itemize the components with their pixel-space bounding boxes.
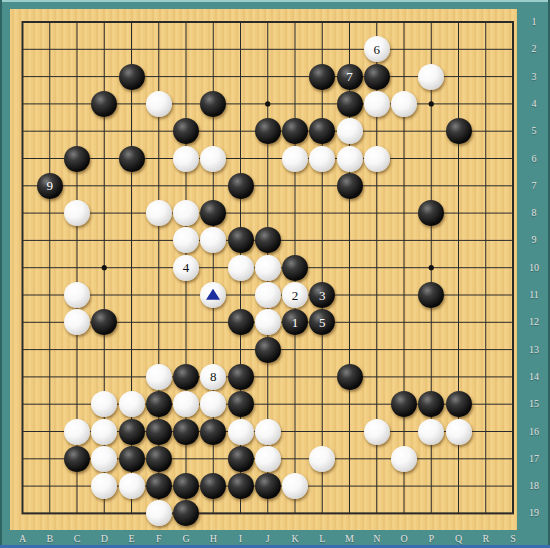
white-stone-J12[interactable] [255, 309, 281, 335]
move-number-label: 9 [37, 173, 63, 199]
black-stone-H16[interactable] [200, 419, 226, 445]
white-stone-J16[interactable] [255, 419, 281, 445]
white-stone-M6[interactable] [337, 146, 363, 172]
black-stone-M14[interactable] [337, 364, 363, 390]
black-stone-J18[interactable] [255, 473, 281, 499]
black-stone-M3[interactable]: 7 [337, 64, 363, 90]
white-stone-H14[interactable]: 8 [200, 364, 226, 390]
white-stone-O4[interactable] [391, 91, 417, 117]
move-number-label: 2 [282, 282, 308, 308]
black-stone-H4[interactable] [200, 91, 226, 117]
white-stone-J11[interactable] [255, 282, 281, 308]
move-number-label: 3 [309, 282, 335, 308]
black-stone-P15[interactable] [418, 391, 444, 417]
white-stone-Q16[interactable] [446, 419, 472, 445]
black-stone-C6[interactable] [64, 146, 90, 172]
black-stone-B7[interactable]: 9 [37, 173, 63, 199]
white-stone-N4[interactable] [364, 91, 390, 117]
black-stone-C17[interactable] [64, 446, 90, 472]
black-stone-I17[interactable] [228, 446, 254, 472]
black-stone-L5[interactable] [309, 118, 335, 144]
white-stone-C12[interactable] [64, 309, 90, 335]
white-stone-L6[interactable] [309, 146, 335, 172]
black-stone-L11[interactable]: 3 [309, 282, 335, 308]
white-stone-G9[interactable] [173, 227, 199, 253]
black-stone-E17[interactable] [119, 446, 145, 472]
white-stone-N2[interactable]: 6 [364, 36, 390, 62]
white-stone-K18[interactable] [282, 473, 308, 499]
black-stone-I14[interactable] [228, 364, 254, 390]
white-stone-N16[interactable] [364, 419, 390, 445]
black-stone-K5[interactable] [282, 118, 308, 144]
black-stone-G16[interactable] [173, 419, 199, 445]
black-stone-F17[interactable] [146, 446, 172, 472]
white-stone-P3[interactable] [418, 64, 444, 90]
black-stone-Q5[interactable] [446, 118, 472, 144]
move-number-label: 4 [173, 255, 199, 281]
white-stone-C8[interactable] [64, 200, 90, 226]
white-stone-L17[interactable] [309, 446, 335, 472]
black-stone-Q15[interactable] [446, 391, 472, 417]
go-diagram-window: ABCDEFGHIJKLMNOPQRS123456789101112131415… [0, 0, 550, 548]
white-stone-D16[interactable] [91, 419, 117, 445]
white-stone-N6[interactable] [364, 146, 390, 172]
white-stone-K11[interactable]: 2 [282, 282, 308, 308]
black-stone-M4[interactable] [337, 91, 363, 117]
white-stone-F14[interactable] [146, 364, 172, 390]
white-stone-F8[interactable] [146, 200, 172, 226]
black-stone-G19[interactable] [173, 500, 199, 526]
black-stone-O15[interactable] [391, 391, 417, 417]
frame-edge-left [0, 0, 2, 548]
white-stone-K6[interactable] [282, 146, 308, 172]
white-stone-G10[interactable]: 4 [173, 255, 199, 281]
white-stone-H6[interactable] [200, 146, 226, 172]
black-stone-N3[interactable] [364, 64, 390, 90]
white-stone-G15[interactable] [173, 391, 199, 417]
white-stone-J10[interactable] [255, 255, 281, 281]
black-stone-D4[interactable] [91, 91, 117, 117]
black-stone-J13[interactable] [255, 337, 281, 363]
black-stone-F16[interactable] [146, 419, 172, 445]
white-stone-F19[interactable] [146, 500, 172, 526]
black-stone-J9[interactable] [255, 227, 281, 253]
black-stone-I9[interactable] [228, 227, 254, 253]
black-stone-G14[interactable] [173, 364, 199, 390]
move-number-label: 7 [337, 64, 363, 90]
white-stone-H9[interactable] [200, 227, 226, 253]
white-stone-F4[interactable] [146, 91, 172, 117]
black-stone-I18[interactable] [228, 473, 254, 499]
black-stone-I12[interactable] [228, 309, 254, 335]
black-stone-L3[interactable] [309, 64, 335, 90]
white-stone-I10[interactable] [228, 255, 254, 281]
move-number-label: 1 [282, 309, 308, 335]
black-stone-E6[interactable] [119, 146, 145, 172]
white-stone-D15[interactable] [91, 391, 117, 417]
black-stone-K12[interactable]: 1 [282, 309, 308, 335]
black-stone-G18[interactable] [173, 473, 199, 499]
white-stone-H11[interactable] [200, 282, 226, 308]
move-number-label: 5 [309, 309, 335, 335]
frame-edge-top [0, 0, 550, 2]
white-stone-O17[interactable] [391, 446, 417, 472]
move-number-label: 6 [364, 36, 390, 62]
stones-layer[interactable]: 679423158 [0, 0, 550, 548]
white-stone-C11[interactable] [64, 282, 90, 308]
white-stone-J17[interactable] [255, 446, 281, 472]
white-stone-C16[interactable] [64, 419, 90, 445]
white-stone-M5[interactable] [337, 118, 363, 144]
black-stone-F18[interactable] [146, 473, 172, 499]
black-stone-M7[interactable] [337, 173, 363, 199]
white-stone-G8[interactable] [173, 200, 199, 226]
white-stone-E18[interactable] [119, 473, 145, 499]
white-stone-E15[interactable] [119, 391, 145, 417]
black-stone-G5[interactable] [173, 118, 199, 144]
move-number-label: 8 [200, 364, 226, 390]
black-stone-H8[interactable] [200, 200, 226, 226]
white-stone-H15[interactable] [200, 391, 226, 417]
black-stone-J5[interactable] [255, 118, 281, 144]
triangle-mark-icon [206, 289, 220, 300]
black-stone-P8[interactable] [418, 200, 444, 226]
white-stone-D18[interactable] [91, 473, 117, 499]
black-stone-L12[interactable]: 5 [309, 309, 335, 335]
black-stone-E3[interactable] [119, 64, 145, 90]
black-stone-P11[interactable] [418, 282, 444, 308]
black-stone-H18[interactable] [200, 473, 226, 499]
white-stone-G6[interactable] [173, 146, 199, 172]
white-stone-D17[interactable] [91, 446, 117, 472]
black-stone-I7[interactable] [228, 173, 254, 199]
black-stone-I15[interactable] [228, 391, 254, 417]
black-stone-K10[interactable] [282, 255, 308, 281]
white-stone-P16[interactable] [418, 419, 444, 445]
black-stone-F15[interactable] [146, 391, 172, 417]
black-stone-E16[interactable] [119, 419, 145, 445]
white-stone-I16[interactable] [228, 419, 254, 445]
black-stone-D12[interactable] [91, 309, 117, 335]
